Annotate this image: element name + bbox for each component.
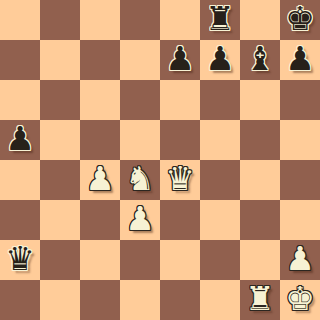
square-d6[interactable] bbox=[120, 80, 160, 120]
square-b5[interactable] bbox=[40, 120, 80, 160]
square-h8[interactable]: ♚ bbox=[280, 0, 320, 40]
black-queen-piece[interactable]: ♛ bbox=[5, 239, 35, 279]
white-pawn-piece[interactable]: ♟ bbox=[125, 199, 155, 239]
square-a3[interactable] bbox=[0, 200, 40, 240]
square-f6[interactable] bbox=[200, 80, 240, 120]
white-king-piece[interactable]: ♚ bbox=[285, 279, 315, 319]
square-b6[interactable] bbox=[40, 80, 80, 120]
square-a6[interactable] bbox=[0, 80, 40, 120]
square-e8[interactable] bbox=[160, 0, 200, 40]
square-g3[interactable] bbox=[240, 200, 280, 240]
square-h6[interactable] bbox=[280, 80, 320, 120]
square-c5[interactable] bbox=[80, 120, 120, 160]
black-bishop-piece[interactable]: ♝ bbox=[245, 39, 275, 79]
square-h4[interactable] bbox=[280, 160, 320, 200]
square-c3[interactable] bbox=[80, 200, 120, 240]
square-b4[interactable] bbox=[40, 160, 80, 200]
square-d7[interactable] bbox=[120, 40, 160, 80]
square-d5[interactable] bbox=[120, 120, 160, 160]
square-a7[interactable] bbox=[0, 40, 40, 80]
square-h3[interactable] bbox=[280, 200, 320, 240]
square-f8[interactable]: ♜ bbox=[200, 0, 240, 40]
white-rook-piece[interactable]: ♜ bbox=[245, 279, 275, 319]
square-d3[interactable]: ♟ bbox=[120, 200, 160, 240]
square-g5[interactable] bbox=[240, 120, 280, 160]
white-queen-piece[interactable]: ♛ bbox=[165, 159, 195, 199]
square-f3[interactable] bbox=[200, 200, 240, 240]
square-d8[interactable] bbox=[120, 0, 160, 40]
black-pawn-piece[interactable]: ♟ bbox=[5, 119, 35, 159]
square-c2[interactable] bbox=[80, 240, 120, 280]
chess-board: ♜♚♟♟♝♟♟♟♞♛♟♛♟♜♚ bbox=[0, 0, 320, 320]
square-d4[interactable]: ♞ bbox=[120, 160, 160, 200]
square-d2[interactable] bbox=[120, 240, 160, 280]
square-h2[interactable]: ♟ bbox=[280, 240, 320, 280]
square-f1[interactable] bbox=[200, 280, 240, 320]
square-g1[interactable]: ♜ bbox=[240, 280, 280, 320]
square-g2[interactable] bbox=[240, 240, 280, 280]
square-e4[interactable]: ♛ bbox=[160, 160, 200, 200]
black-pawn-piece[interactable]: ♟ bbox=[165, 39, 195, 79]
square-c6[interactable] bbox=[80, 80, 120, 120]
square-h7[interactable]: ♟ bbox=[280, 40, 320, 80]
square-a8[interactable] bbox=[0, 0, 40, 40]
square-e3[interactable] bbox=[160, 200, 200, 240]
black-pawn-piece[interactable]: ♟ bbox=[285, 39, 315, 79]
square-f4[interactable] bbox=[200, 160, 240, 200]
square-e6[interactable] bbox=[160, 80, 200, 120]
square-b7[interactable] bbox=[40, 40, 80, 80]
square-c1[interactable] bbox=[80, 280, 120, 320]
square-g7[interactable]: ♝ bbox=[240, 40, 280, 80]
square-b2[interactable] bbox=[40, 240, 80, 280]
square-h1[interactable]: ♚ bbox=[280, 280, 320, 320]
square-g8[interactable] bbox=[240, 0, 280, 40]
square-h5[interactable] bbox=[280, 120, 320, 160]
black-rook-piece[interactable]: ♜ bbox=[205, 0, 235, 39]
square-a4[interactable] bbox=[0, 160, 40, 200]
square-b8[interactable] bbox=[40, 0, 80, 40]
square-a5[interactable]: ♟ bbox=[0, 120, 40, 160]
square-f7[interactable]: ♟ bbox=[200, 40, 240, 80]
white-pawn-piece[interactable]: ♟ bbox=[285, 239, 315, 279]
square-g4[interactable] bbox=[240, 160, 280, 200]
square-c7[interactable] bbox=[80, 40, 120, 80]
square-f2[interactable] bbox=[200, 240, 240, 280]
square-e7[interactable]: ♟ bbox=[160, 40, 200, 80]
square-d1[interactable] bbox=[120, 280, 160, 320]
white-pawn-piece[interactable]: ♟ bbox=[85, 159, 115, 199]
square-e2[interactable] bbox=[160, 240, 200, 280]
black-pawn-piece[interactable]: ♟ bbox=[205, 39, 235, 79]
square-b3[interactable] bbox=[40, 200, 80, 240]
square-f5[interactable] bbox=[200, 120, 240, 160]
square-g6[interactable] bbox=[240, 80, 280, 120]
square-e5[interactable] bbox=[160, 120, 200, 160]
square-a1[interactable] bbox=[0, 280, 40, 320]
square-e1[interactable] bbox=[160, 280, 200, 320]
square-c8[interactable] bbox=[80, 0, 120, 40]
black-king-piece[interactable]: ♚ bbox=[285, 0, 315, 39]
white-knight-piece[interactable]: ♞ bbox=[125, 159, 155, 199]
square-c4[interactable]: ♟ bbox=[80, 160, 120, 200]
square-b1[interactable] bbox=[40, 280, 80, 320]
square-a2[interactable]: ♛ bbox=[0, 240, 40, 280]
